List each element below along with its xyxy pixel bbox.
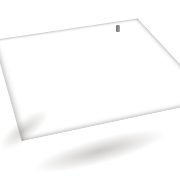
product-photo-checkers-set — [0, 0, 180, 180]
